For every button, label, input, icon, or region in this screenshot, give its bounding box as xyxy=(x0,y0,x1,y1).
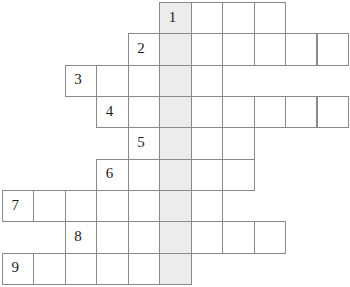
puzzle-cell[interactable] xyxy=(222,159,254,191)
puzzle-cell[interactable] xyxy=(191,2,223,34)
puzzle-cell[interactable]: 9 xyxy=(2,253,34,285)
puzzle-cell[interactable] xyxy=(222,96,254,128)
puzzle-cell[interactable] xyxy=(285,33,317,65)
puzzle-cell[interactable] xyxy=(191,127,223,159)
puzzle-cell[interactable] xyxy=(96,221,128,253)
puzzle-cell[interactable] xyxy=(191,65,223,97)
puzzle-cell[interactable] xyxy=(254,96,286,128)
puzzle-cell-solution-column[interactable] xyxy=(159,127,191,159)
puzzle-cell[interactable] xyxy=(96,190,128,222)
puzzle-cell[interactable] xyxy=(191,159,223,191)
puzzle-cell[interactable]: 6 xyxy=(96,159,128,191)
puzzle-cell[interactable] xyxy=(33,190,65,222)
clue-number: 5 xyxy=(137,135,145,150)
puzzle-cell-solution-column[interactable]: 1 xyxy=(159,2,191,34)
puzzle-cell-solution-column[interactable] xyxy=(159,253,191,285)
puzzle-cell-solution-column[interactable] xyxy=(159,159,191,191)
puzzle-cell[interactable]: 8 xyxy=(65,221,97,253)
clue-number: 6 xyxy=(106,166,114,181)
puzzle-cell[interactable] xyxy=(128,96,160,128)
puzzle-cell[interactable] xyxy=(222,2,254,34)
clue-number: 8 xyxy=(74,229,82,244)
clue-number: 9 xyxy=(11,260,19,275)
puzzle-cell[interactable] xyxy=(222,127,254,159)
puzzle-cell[interactable]: 5 xyxy=(128,127,160,159)
puzzle-cell-solution-column[interactable] xyxy=(159,33,191,65)
puzzle-cell[interactable] xyxy=(191,221,223,253)
puzzle-cell[interactable] xyxy=(128,159,160,191)
puzzle-cell[interactable] xyxy=(33,253,65,285)
puzzle-cell[interactable]: 2 xyxy=(128,33,160,65)
puzzle-cell-solution-column[interactable] xyxy=(159,65,191,97)
puzzle-cell-solution-column[interactable] xyxy=(159,221,191,253)
clue-number: 3 xyxy=(74,72,82,87)
puzzle-cell[interactable]: 4 xyxy=(96,96,128,128)
puzzle-cell-solution-column[interactable] xyxy=(159,190,191,222)
puzzle-cell[interactable] xyxy=(96,65,128,97)
puzzle-cell[interactable] xyxy=(191,190,223,222)
puzzle-cell[interactable]: 7 xyxy=(2,190,34,222)
puzzle-cell[interactable] xyxy=(222,33,254,65)
puzzle-cell-solution-column[interactable] xyxy=(159,96,191,128)
clue-number: 4 xyxy=(106,104,114,119)
puzzle-cell[interactable] xyxy=(128,190,160,222)
puzzle-cell[interactable] xyxy=(128,221,160,253)
puzzle-cell[interactable] xyxy=(191,33,223,65)
puzzle-cell[interactable] xyxy=(191,96,223,128)
clue-number: 2 xyxy=(137,41,145,56)
puzzle-cell[interactable] xyxy=(317,33,349,65)
clue-number: 7 xyxy=(11,198,19,213)
puzzle-cell[interactable] xyxy=(128,253,160,285)
puzzle-cell[interactable] xyxy=(65,190,97,222)
puzzle-cell[interactable] xyxy=(65,253,97,285)
puzzle-cell[interactable] xyxy=(96,253,128,285)
crossword-grid: 123456789 xyxy=(0,0,350,287)
puzzle-cell[interactable] xyxy=(254,221,286,253)
clue-number: 1 xyxy=(169,10,177,25)
puzzle-cell[interactable]: 3 xyxy=(65,65,97,97)
puzzle-cell[interactable] xyxy=(317,96,349,128)
puzzle-cell[interactable] xyxy=(222,221,254,253)
puzzle-cell[interactable] xyxy=(254,33,286,65)
puzzle-cell[interactable] xyxy=(285,96,317,128)
puzzle-cell[interactable] xyxy=(254,2,286,34)
puzzle-cell[interactable] xyxy=(128,65,160,97)
